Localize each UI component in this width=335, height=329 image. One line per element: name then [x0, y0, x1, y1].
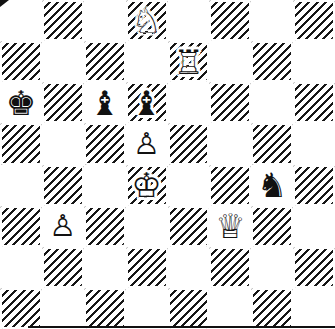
square-c8[interactable] [84, 0, 126, 41]
square-f1[interactable] [209, 288, 251, 329]
square-d1[interactable] [126, 288, 168, 329]
piece-white-knight-d8: ♘ [131, 4, 161, 38]
square-h5[interactable] [293, 123, 335, 164]
square-d4[interactable]: ♔ [126, 165, 168, 206]
piece-white-queen-f3: ♕ [215, 209, 245, 243]
square-h4[interactable] [293, 165, 335, 206]
square-g1[interactable] [251, 288, 293, 329]
square-f6[interactable] [209, 82, 251, 123]
square-d3[interactable] [126, 206, 168, 247]
square-d6[interactable]: ♝ [126, 82, 168, 123]
square-b5[interactable] [42, 123, 84, 164]
square-e6[interactable] [168, 82, 210, 123]
square-f7[interactable] [209, 41, 251, 82]
square-f4[interactable] [209, 165, 251, 206]
square-h7[interactable] [293, 41, 335, 82]
square-g2[interactable] [251, 247, 293, 288]
square-c6[interactable]: ♝ [84, 82, 126, 123]
square-d2[interactable] [126, 247, 168, 288]
square-e7[interactable]: ♖ [168, 41, 210, 82]
square-a4[interactable] [0, 165, 42, 206]
piece-black-bishop-c6: ♝ [89, 86, 119, 120]
square-f2[interactable] [209, 247, 251, 288]
square-d8[interactable]: ♘ [126, 0, 168, 41]
square-h6[interactable] [293, 82, 335, 123]
square-g8[interactable] [251, 0, 293, 41]
print-artifact-bottom-rule [28, 326, 335, 328]
piece-white-rook-e7: ♖ [173, 45, 203, 79]
square-f5[interactable] [209, 123, 251, 164]
square-b3[interactable]: ♙ [42, 206, 84, 247]
square-c2[interactable] [84, 247, 126, 288]
square-a5[interactable] [0, 123, 42, 164]
chess-diagram: ♘♖♚♝♝♙♔♞♙♕ [0, 0, 335, 329]
square-h3[interactable] [293, 206, 335, 247]
square-c7[interactable] [84, 41, 126, 82]
chess-board: ♘♖♚♝♝♙♔♞♙♕ [0, 0, 335, 329]
square-b7[interactable] [42, 41, 84, 82]
square-g3[interactable] [251, 206, 293, 247]
square-g5[interactable] [251, 123, 293, 164]
square-g7[interactable] [251, 41, 293, 82]
square-b1[interactable] [42, 288, 84, 329]
square-e3[interactable] [168, 206, 210, 247]
square-e1[interactable] [168, 288, 210, 329]
square-h2[interactable] [293, 247, 335, 288]
print-artifact-corner [0, 0, 9, 7]
square-g4[interactable]: ♞ [251, 165, 293, 206]
square-f3[interactable]: ♕ [209, 206, 251, 247]
square-g6[interactable] [251, 82, 293, 123]
square-b4[interactable] [42, 165, 84, 206]
square-c4[interactable] [84, 165, 126, 206]
square-e5[interactable] [168, 123, 210, 164]
square-c3[interactable] [84, 206, 126, 247]
square-c1[interactable] [84, 288, 126, 329]
square-b2[interactable] [42, 247, 84, 288]
piece-white-pawn-b3: ♙ [49, 211, 76, 241]
piece-black-king-a6: ♚ [6, 86, 36, 120]
piece-white-king-d4: ♔ [131, 168, 161, 202]
square-d5[interactable]: ♙ [126, 123, 168, 164]
square-a1[interactable] [0, 288, 42, 329]
square-e4[interactable] [168, 165, 210, 206]
piece-white-pawn-d5: ♙ [133, 129, 160, 159]
piece-black-bishop-d6: ♝ [131, 86, 161, 120]
square-a3[interactable] [0, 206, 42, 247]
square-b8[interactable] [42, 0, 84, 41]
square-a7[interactable] [0, 41, 42, 82]
square-h1[interactable] [293, 288, 335, 329]
square-d7[interactable] [126, 41, 168, 82]
square-a2[interactable] [0, 247, 42, 288]
square-b6[interactable] [42, 82, 84, 123]
square-f8[interactable] [209, 0, 251, 41]
square-a6[interactable]: ♚ [0, 82, 42, 123]
square-e8[interactable] [168, 0, 210, 41]
square-c5[interactable] [84, 123, 126, 164]
piece-black-knight-g4: ♞ [257, 168, 287, 202]
square-e2[interactable] [168, 247, 210, 288]
square-h8[interactable] [293, 0, 335, 41]
